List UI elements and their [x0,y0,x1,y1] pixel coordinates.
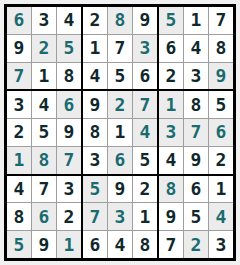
cell-r1c8[interactable]: 1 [184,7,208,34]
cell-r7c1[interactable]: 4 [7,176,31,203]
cell-r2c6-given[interactable]: 3 [133,35,157,62]
box-7: 473862591 [7,176,81,258]
cell-r3c6[interactable]: 6 [133,63,157,90]
cell-r3c7[interactable]: 2 [159,63,183,90]
cell-r2c3-given[interactable]: 5 [57,35,81,62]
cell-r7c7-given[interactable]: 8 [159,176,183,203]
cell-r6c6[interactable]: 5 [133,147,157,174]
cell-r2c4[interactable]: 1 [83,35,107,62]
cell-r9c4[interactable]: 6 [83,231,107,258]
box-8: 592731648 [83,176,157,258]
cell-r1c6[interactable]: 9 [133,7,157,34]
cell-r8c7[interactable]: 9 [159,203,183,230]
cell-r7c5[interactable]: 9 [108,176,132,203]
box-9: 861954723 [159,176,233,258]
cell-r1c1-given[interactable]: 6 [7,7,31,34]
cell-r4c3-given[interactable]: 6 [57,91,81,118]
cell-r7c3[interactable]: 3 [57,176,81,203]
cell-r1c7-given[interactable]: 5 [159,7,183,34]
cell-r2c8[interactable]: 4 [184,35,208,62]
cell-r2c1[interactable]: 9 [7,35,31,62]
cell-r8c6[interactable]: 1 [133,203,157,230]
cell-r7c2[interactable]: 7 [32,176,56,203]
cell-r6c9[interactable]: 2 [209,147,233,174]
cell-r4c4[interactable]: 9 [83,91,107,118]
cell-r6c4[interactable]: 3 [83,147,107,174]
cell-r9c6[interactable]: 8 [133,231,157,258]
cell-r7c8[interactable]: 6 [184,176,208,203]
cell-r1c4[interactable]: 2 [83,7,107,34]
cell-r3c9-given[interactable]: 9 [209,63,233,90]
cell-r5c3[interactable]: 9 [57,119,81,146]
cell-r5c9-given[interactable]: 6 [209,119,233,146]
cell-r8c8[interactable]: 5 [184,203,208,230]
cell-r5c5[interactable]: 1 [108,119,132,146]
cell-r4c6-given[interactable]: 7 [133,91,157,118]
cell-r3c2[interactable]: 1 [32,63,56,90]
cell-r2c5[interactable]: 7 [108,35,132,62]
cell-r7c6[interactable]: 2 [133,176,157,203]
cell-r4c9[interactable]: 5 [209,91,233,118]
cell-r6c8[interactable]: 9 [184,147,208,174]
box-5: 927814365 [83,91,157,173]
cell-r9c3-given[interactable]: 1 [57,231,81,258]
cell-r1c2[interactable]: 3 [32,7,56,34]
cell-r4c2[interactable]: 4 [32,91,56,118]
cell-r7c4-given[interactable]: 5 [83,176,107,203]
cell-r9c5[interactable]: 4 [108,231,132,258]
sudoku-board: 6349257182891734565176482393462591879278… [4,4,236,261]
cell-r6c7[interactable]: 4 [159,147,183,174]
cell-r9c1-given[interactable]: 5 [7,231,31,258]
cell-r6c3-given[interactable]: 7 [57,147,81,174]
cell-r5c1[interactable]: 2 [7,119,31,146]
cell-r5c4[interactable]: 8 [83,119,107,146]
cell-r2c2-given[interactable]: 2 [32,35,56,62]
box-1: 634925718 [7,7,81,89]
box-2: 289173456 [83,7,157,89]
cell-r5c2[interactable]: 5 [32,119,56,146]
cell-r3c3[interactable]: 8 [57,63,81,90]
box-4: 346259187 [7,91,81,173]
cell-r6c2-given[interactable]: 8 [32,147,56,174]
cell-r9c9[interactable]: 3 [209,231,233,258]
cell-r5c8-given[interactable]: 7 [184,119,208,146]
cell-r3c8[interactable]: 3 [184,63,208,90]
cell-r9c8-given[interactable]: 2 [184,231,208,258]
cell-r1c3[interactable]: 4 [57,7,81,34]
cell-r3c5[interactable]: 5 [108,63,132,90]
cell-r9c7[interactable]: 7 [159,231,183,258]
cell-r6c5-given[interactable]: 6 [108,147,132,174]
cell-r3c4[interactable]: 4 [83,63,107,90]
cell-r1c9[interactable]: 7 [209,7,233,34]
cell-r6c1-given[interactable]: 1 [7,147,31,174]
cell-r5c7-given[interactable]: 3 [159,119,183,146]
cell-r8c9-given[interactable]: 4 [209,203,233,230]
cell-r4c5-given[interactable]: 2 [108,91,132,118]
cell-r4c8[interactable]: 8 [184,91,208,118]
cell-r2c9[interactable]: 8 [209,35,233,62]
cell-r3c1-given[interactable]: 7 [7,63,31,90]
cell-r8c2-given[interactable]: 6 [32,203,56,230]
cell-r4c1[interactable]: 3 [7,91,31,118]
cell-r7c9[interactable]: 1 [209,176,233,203]
box-3: 517648239 [159,7,233,89]
cell-r8c3[interactable]: 2 [57,203,81,230]
cell-r4c7-given[interactable]: 1 [159,91,183,118]
cell-r5c6-given[interactable]: 4 [133,119,157,146]
box-6: 185376492 [159,91,233,173]
cell-r8c5-given[interactable]: 3 [108,203,132,230]
cell-r8c4-given[interactable]: 7 [83,203,107,230]
cell-r1c5-given[interactable]: 8 [108,7,132,34]
cell-r9c2[interactable]: 9 [32,231,56,258]
cell-r8c1[interactable]: 8 [7,203,31,230]
cell-r2c7[interactable]: 6 [159,35,183,62]
